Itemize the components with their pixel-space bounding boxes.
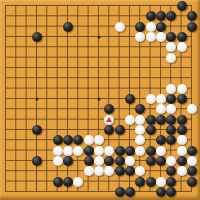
white-stone[interactable] xyxy=(104,146,114,156)
black-stone[interactable] xyxy=(156,135,166,145)
white-stone[interactable] xyxy=(53,146,63,156)
black-stone[interactable] xyxy=(125,146,135,156)
black-stone[interactable] xyxy=(63,22,73,32)
black-stone[interactable] xyxy=(177,115,187,125)
white-stone[interactable] xyxy=(156,32,166,42)
white-stone[interactable] xyxy=(166,42,176,52)
black-stone[interactable] xyxy=(115,125,125,135)
black-stone[interactable] xyxy=(166,187,176,197)
white-stone[interactable] xyxy=(135,115,145,125)
star-point xyxy=(97,97,100,100)
black-stone[interactable] xyxy=(146,156,156,166)
black-stone[interactable] xyxy=(146,146,156,156)
white-stone[interactable] xyxy=(177,135,187,145)
white-stone[interactable] xyxy=(94,146,104,156)
white-stone[interactable] xyxy=(166,156,176,166)
white-stone[interactable] xyxy=(156,177,166,187)
white-stone[interactable] xyxy=(94,166,104,176)
white-stone[interactable] xyxy=(84,166,94,176)
white-stone[interactable] xyxy=(104,166,114,176)
black-stone[interactable] xyxy=(63,135,73,145)
white-stone[interactable] xyxy=(84,135,94,145)
white-stone[interactable] xyxy=(156,146,166,156)
white-stone[interactable] xyxy=(166,104,176,114)
black-stone[interactable] xyxy=(156,22,166,32)
white-stone[interactable] xyxy=(94,156,104,166)
black-stone[interactable] xyxy=(187,166,197,176)
white-stone[interactable] xyxy=(135,146,145,156)
black-stone[interactable] xyxy=(177,156,187,166)
white-stone[interactable] xyxy=(115,22,125,32)
black-stone[interactable] xyxy=(104,125,114,135)
black-stone[interactable] xyxy=(166,125,176,135)
black-stone[interactable] xyxy=(156,11,166,21)
black-stone[interactable] xyxy=(135,104,145,114)
white-stone[interactable] xyxy=(53,156,63,166)
white-stone[interactable] xyxy=(135,32,145,42)
black-stone[interactable] xyxy=(177,32,187,42)
black-stone[interactable] xyxy=(32,125,42,135)
white-stone[interactable] xyxy=(166,53,176,63)
black-stone[interactable] xyxy=(63,177,73,187)
white-stone[interactable] xyxy=(125,115,135,125)
white-stone[interactable] xyxy=(146,94,156,104)
last-move-marker-icon xyxy=(106,117,112,122)
black-stone[interactable] xyxy=(166,11,176,21)
black-stone[interactable] xyxy=(115,156,125,166)
white-stone[interactable] xyxy=(187,104,197,114)
white-stone[interactable] xyxy=(146,32,156,42)
white-stone[interactable] xyxy=(135,166,145,176)
black-stone[interactable] xyxy=(177,94,187,104)
star-point xyxy=(97,35,100,38)
black-stone[interactable] xyxy=(63,156,73,166)
black-stone[interactable] xyxy=(104,104,114,114)
black-stone[interactable] xyxy=(156,115,166,125)
black-stone[interactable] xyxy=(166,177,176,187)
white-stone[interactable] xyxy=(166,84,176,94)
black-stone[interactable] xyxy=(84,156,94,166)
white-stone[interactable] xyxy=(177,84,187,94)
white-stone[interactable] xyxy=(135,125,145,135)
white-stone[interactable] xyxy=(135,135,145,145)
black-stone[interactable] xyxy=(32,156,42,166)
white-stone[interactable] xyxy=(177,42,187,52)
black-stone[interactable] xyxy=(135,177,145,187)
black-stone[interactable] xyxy=(125,187,135,197)
black-stone[interactable] xyxy=(187,177,197,187)
black-stone[interactable] xyxy=(125,94,135,104)
black-stone[interactable] xyxy=(125,166,135,176)
black-stone[interactable] xyxy=(187,11,197,21)
white-stone[interactable] xyxy=(63,146,73,156)
black-stone[interactable] xyxy=(146,177,156,187)
black-stone[interactable] xyxy=(135,22,145,32)
white-stone[interactable] xyxy=(125,156,135,166)
white-stone[interactable] xyxy=(94,135,104,145)
black-stone[interactable] xyxy=(32,32,42,42)
white-stone[interactable] xyxy=(187,156,197,166)
black-stone[interactable] xyxy=(166,32,176,42)
black-stone[interactable] xyxy=(73,135,83,145)
go-app-screenshot xyxy=(0,0,200,200)
black-stone[interactable] xyxy=(166,166,176,176)
go-board[interactable] xyxy=(0,0,200,200)
white-stone[interactable] xyxy=(177,146,187,156)
black-stone[interactable] xyxy=(115,187,125,197)
black-stone[interactable] xyxy=(156,156,166,166)
white-stone[interactable] xyxy=(146,22,156,32)
white-stone[interactable] xyxy=(73,146,83,156)
black-stone[interactable] xyxy=(166,135,176,145)
black-stone[interactable] xyxy=(177,125,187,135)
black-stone[interactable] xyxy=(104,156,114,166)
black-stone[interactable] xyxy=(84,146,94,156)
white-stone[interactable] xyxy=(177,166,187,176)
black-stone[interactable] xyxy=(187,22,197,32)
white-stone[interactable] xyxy=(156,94,166,104)
white-stone[interactable] xyxy=(156,104,166,114)
black-stone[interactable] xyxy=(166,94,176,104)
white-stone[interactable] xyxy=(73,177,83,187)
black-stone[interactable] xyxy=(166,115,176,125)
star-point xyxy=(35,97,38,100)
black-stone[interactable] xyxy=(146,125,156,135)
black-stone[interactable] xyxy=(115,166,125,176)
black-stone[interactable] xyxy=(156,187,166,197)
black-stone[interactable] xyxy=(53,177,63,187)
white-stone[interactable] xyxy=(104,115,114,125)
black-stone[interactable] xyxy=(146,115,156,125)
black-stone[interactable] xyxy=(187,146,197,156)
black-stone[interactable] xyxy=(146,11,156,21)
black-stone[interactable] xyxy=(177,1,187,11)
black-stone[interactable] xyxy=(53,135,63,145)
black-stone[interactable] xyxy=(115,146,125,156)
